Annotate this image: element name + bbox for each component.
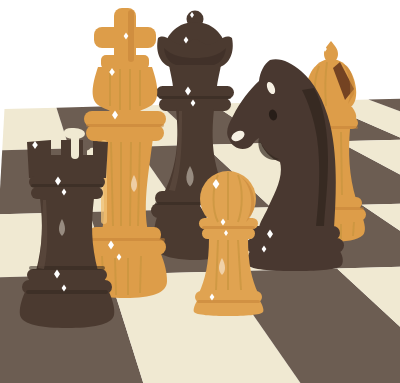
chessboard (0, 0, 400, 383)
paint-drip-dark (78, 141, 91, 151)
chessboard-squares (0, 74, 400, 383)
chess-illustration (0, 0, 400, 383)
paint-drip-light (64, 128, 85, 139)
